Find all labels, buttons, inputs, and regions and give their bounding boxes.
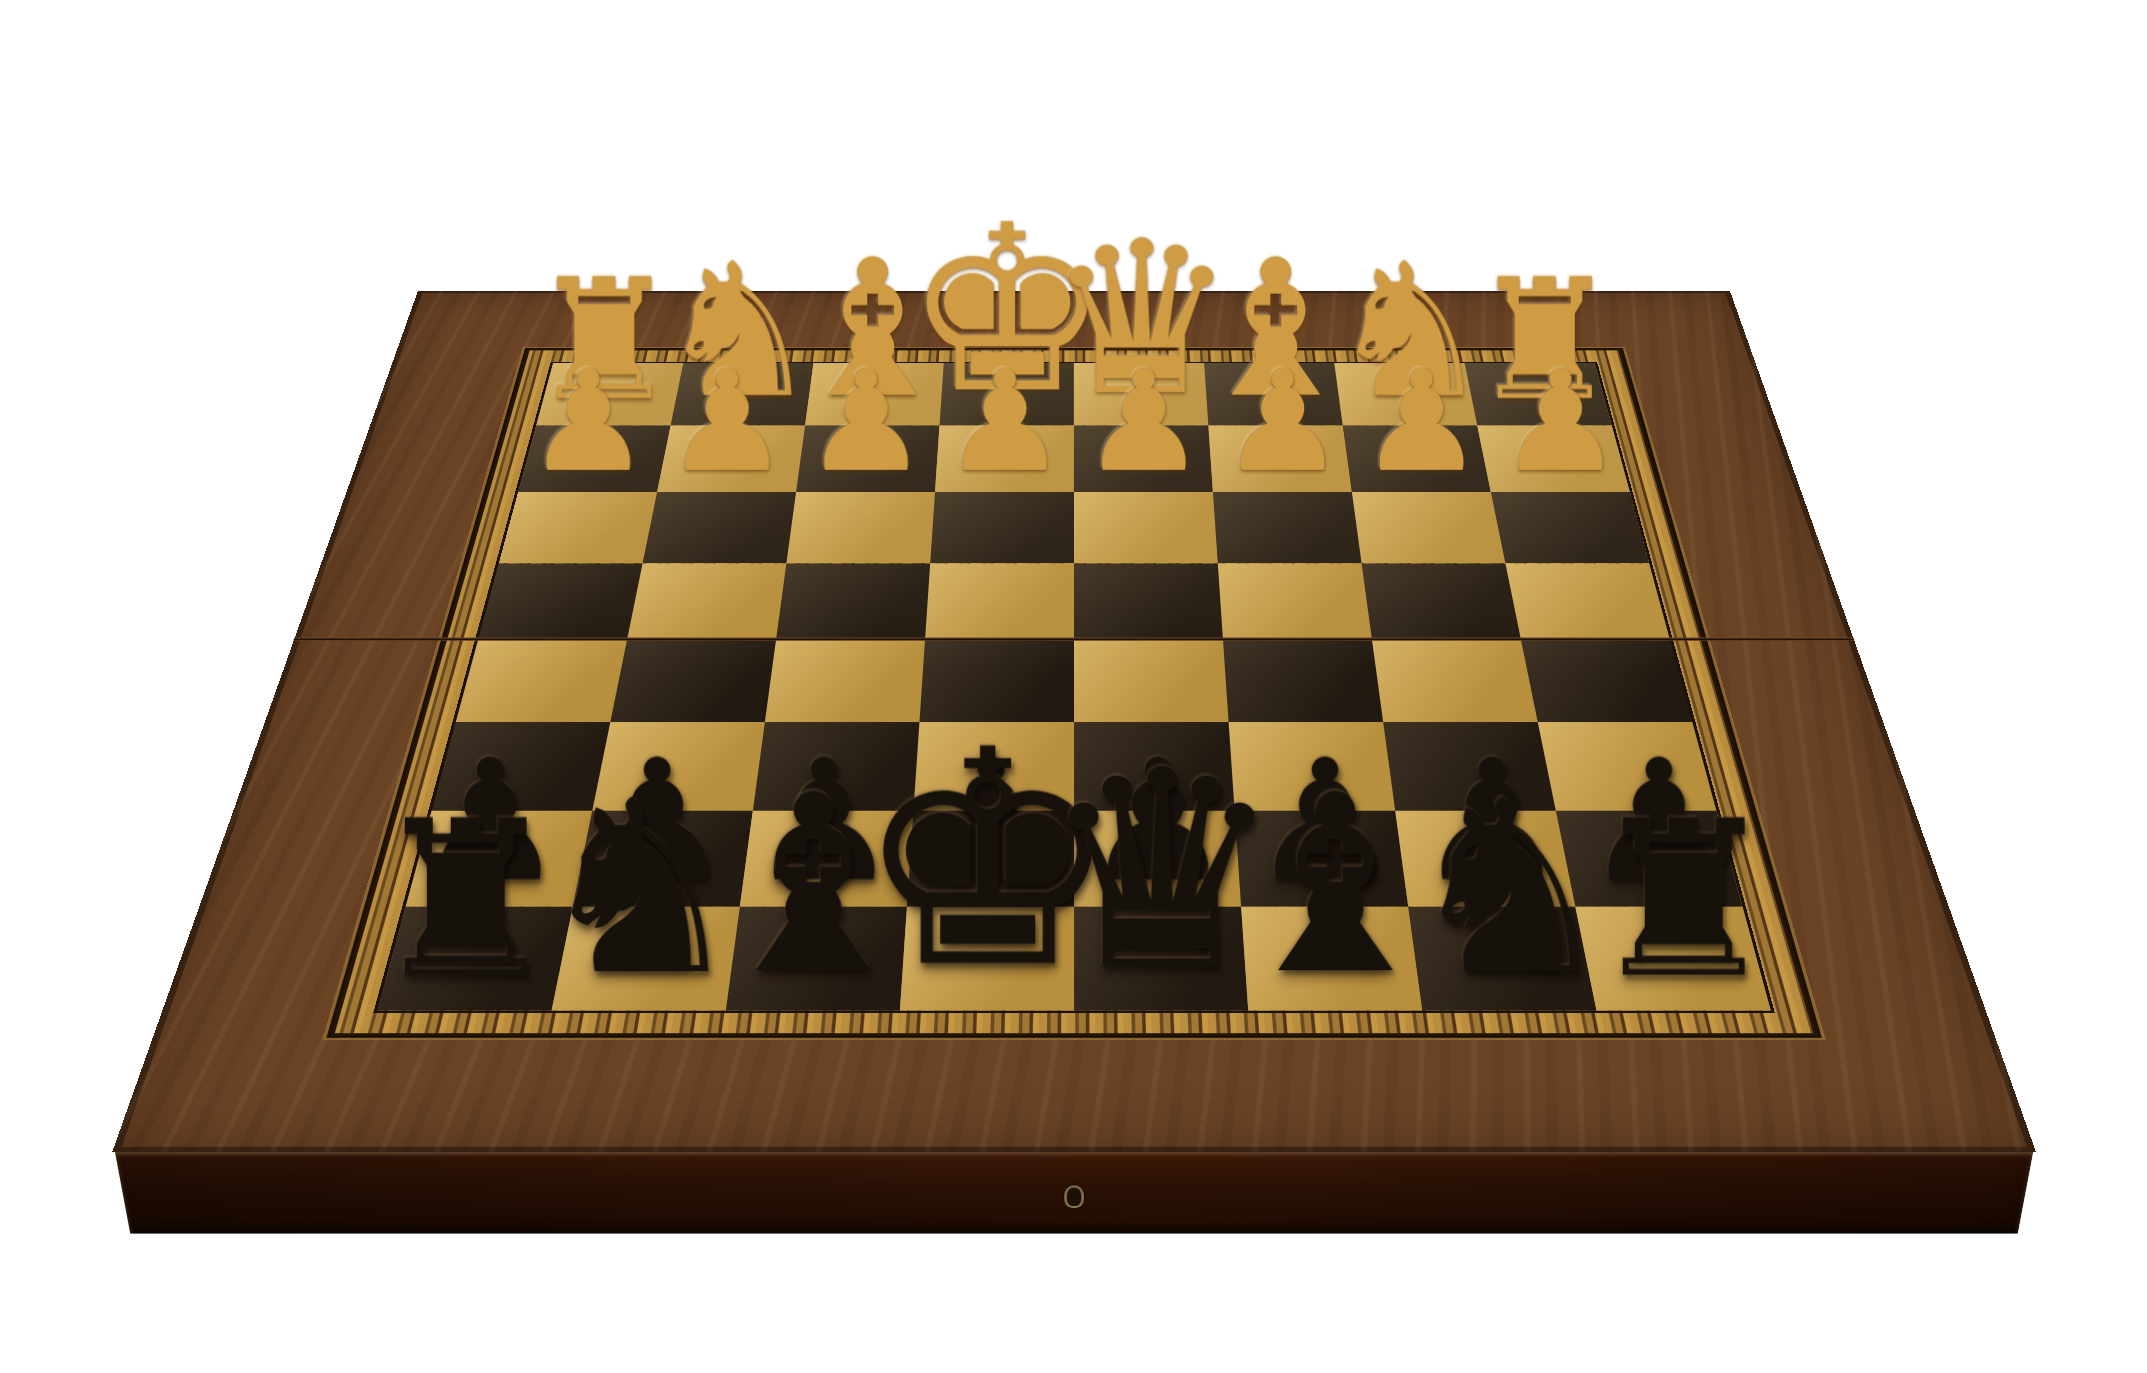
square-a2[interactable]: ♟ (1477, 425, 1630, 492)
square-b5[interactable] (1372, 640, 1538, 722)
square-e4[interactable] (925, 563, 1074, 640)
square-g4[interactable] (627, 563, 786, 640)
square-g3[interactable] (642, 492, 795, 563)
board-scene: ♜♞♝♚♛♝♞♜♟♟♟♟♟♟♟♟♟♟♟♟♟♟♟♟♜♞♝♚♛♝♞♜ (0, 0, 2147, 1373)
square-f3[interactable] (786, 492, 935, 563)
square-c4[interactable] (1217, 563, 1371, 640)
square-g5[interactable] (610, 640, 776, 722)
square-e2[interactable]: ♟ (935, 425, 1074, 492)
square-c8[interactable]: ♝ (1241, 907, 1422, 1011)
square-d8[interactable]: ♛ (1074, 907, 1248, 1011)
inlay-border: ♜♞♝♚♛♝♞♜♟♟♟♟♟♟♟♟♟♟♟♟♟♟♟♟♜♞♝♚♛♝♞♜ (330, 349, 1817, 1035)
piece-white-pawn-a2[interactable]: ♟ (1497, 351, 1622, 491)
piece-white-pawn-d2[interactable]: ♟ (1080, 351, 1205, 491)
square-c5[interactable] (1223, 640, 1383, 722)
square-b3[interactable] (1351, 492, 1504, 563)
hinge-seam (293, 638, 1854, 641)
keyhole (1064, 1186, 1084, 1208)
piece-white-pawn-b2[interactable]: ♟ (1358, 351, 1483, 491)
square-d2[interactable]: ♟ (1074, 425, 1213, 492)
chess-board: ♜♞♝♚♛♝♞♜♟♟♟♟♟♟♟♟♟♟♟♟♟♟♟♟♜♞♝♚♛♝♞♜ (377, 363, 1770, 1011)
square-c2[interactable]: ♟ (1208, 425, 1351, 492)
square-b2[interactable]: ♟ (1342, 425, 1490, 492)
piece-white-pawn-g2[interactable]: ♟ (664, 351, 789, 491)
folding-chess-box: ♜♞♝♚♛♝♞♜♟♟♟♟♟♟♟♟♟♟♟♟♟♟♟♟♜♞♝♚♛♝♞♜ (112, 291, 2036, 1152)
square-h2[interactable]: ♟ (518, 425, 671, 492)
piece-white-pawn-c2[interactable]: ♟ (1219, 351, 1344, 491)
square-f2[interactable]: ♟ (796, 425, 939, 492)
piece-black-rook-a8[interactable]: ♜ (1586, 792, 1780, 1008)
square-g2[interactable]: ♟ (657, 425, 805, 492)
square-c3[interactable] (1212, 492, 1361, 563)
piece-white-pawn-h2[interactable]: ♟ (525, 351, 650, 491)
piece-white-pawn-f2[interactable]: ♟ (803, 351, 928, 491)
piece-white-pawn-e2[interactable]: ♟ (941, 351, 1066, 491)
square-e3[interactable] (930, 492, 1074, 563)
square-a4[interactable] (1505, 563, 1670, 640)
square-h4[interactable] (478, 563, 643, 640)
square-a8[interactable]: ♜ (1575, 907, 1770, 1011)
square-a5[interactable] (1521, 640, 1692, 722)
square-h5[interactable] (455, 640, 626, 722)
square-b4[interactable] (1361, 563, 1520, 640)
square-d3[interactable] (1074, 492, 1218, 563)
square-d4[interactable] (1074, 563, 1223, 640)
square-f4[interactable] (776, 563, 930, 640)
piece-black-knight-b8[interactable]: ♞ (1401, 769, 1616, 1008)
photo-background: ♜♞♝♚♛♝♞♜♟♟♟♟♟♟♟♟♟♟♟♟♟♟♟♟♜♞♝♚♛♝♞♜ (0, 0, 2147, 1373)
square-a3[interactable] (1490, 492, 1648, 563)
square-h3[interactable] (498, 492, 656, 563)
square-b8[interactable]: ♞ (1408, 907, 1596, 1011)
box-front-face (114, 1152, 2033, 1234)
